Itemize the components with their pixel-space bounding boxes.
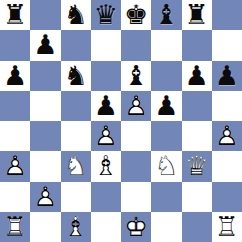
square-a4[interactable] <box>0 121 30 151</box>
square-b6[interactable] <box>30 61 60 91</box>
piece-black-pawn[interactable]: ♟ <box>0 61 30 91</box>
square-h5[interactable] <box>212 91 242 121</box>
square-h3[interactable] <box>212 151 242 181</box>
square-d7[interactable] <box>91 30 121 60</box>
square-h2[interactable] <box>212 182 242 212</box>
piece-black-pawn[interactable]: ♟ <box>151 91 181 121</box>
piece-white-rook[interactable]: ♜♖ <box>0 212 30 242</box>
piece-black-pawn[interactable]: ♟ <box>182 61 212 91</box>
square-e5[interactable]: ♟♙ <box>121 91 151 121</box>
piece-black-knight[interactable]: ♞ <box>61 61 91 91</box>
square-g5[interactable] <box>182 91 212 121</box>
chess-board: ♜♞♛♚♝♜♟♟♞♝♟♟♟♟♙♟♟♙♟♙♟♙♞♘♝♗♞♘♛♕♟♙♜♖♝♗♚♔♜♖ <box>0 0 242 242</box>
square-g2[interactable] <box>182 182 212 212</box>
square-h6[interactable]: ♟ <box>212 61 242 91</box>
square-e4[interactable] <box>121 121 151 151</box>
piece-white-knight[interactable]: ♞♘ <box>151 151 181 181</box>
square-d2[interactable] <box>91 182 121 212</box>
chess-board-container: ♜♞♛♚♝♜♟♟♞♝♟♟♟♟♙♟♟♙♟♙♟♙♞♘♝♗♞♘♛♕♟♙♜♖♝♗♚♔♜♖ <box>0 0 242 242</box>
square-e6[interactable]: ♝ <box>121 61 151 91</box>
square-d4[interactable]: ♟♙ <box>91 121 121 151</box>
square-c5[interactable] <box>61 91 91 121</box>
square-a6[interactable]: ♟ <box>0 61 30 91</box>
square-g1[interactable] <box>182 212 212 242</box>
square-g4[interactable] <box>182 121 212 151</box>
square-f1[interactable] <box>151 212 181 242</box>
square-d8[interactable]: ♛ <box>91 0 121 30</box>
square-f6[interactable] <box>151 61 181 91</box>
square-c1[interactable]: ♝♗ <box>61 212 91 242</box>
piece-black-queen[interactable]: ♛ <box>91 0 121 30</box>
square-g3[interactable]: ♛♕ <box>182 151 212 181</box>
piece-white-queen[interactable]: ♛♕ <box>182 151 212 181</box>
piece-black-rook[interactable]: ♜ <box>0 0 30 30</box>
square-h8[interactable] <box>212 0 242 30</box>
piece-black-pawn[interactable]: ♟ <box>30 30 60 60</box>
piece-white-rook[interactable]: ♜♖ <box>212 212 242 242</box>
square-a1[interactable]: ♜♖ <box>0 212 30 242</box>
square-c8[interactable]: ♞ <box>61 0 91 30</box>
square-a8[interactable]: ♜ <box>0 0 30 30</box>
square-f8[interactable]: ♝ <box>151 0 181 30</box>
square-g8[interactable]: ♜ <box>182 0 212 30</box>
square-f4[interactable] <box>151 121 181 151</box>
piece-black-bishop[interactable]: ♝ <box>121 61 151 91</box>
piece-black-pawn[interactable]: ♟ <box>91 91 121 121</box>
square-f5[interactable]: ♟ <box>151 91 181 121</box>
square-b4[interactable] <box>30 121 60 151</box>
square-b5[interactable] <box>30 91 60 121</box>
piece-black-pawn[interactable]: ♟ <box>212 61 242 91</box>
piece-white-knight[interactable]: ♞♘ <box>61 151 91 181</box>
piece-white-bishop[interactable]: ♝♗ <box>61 212 91 242</box>
square-b3[interactable] <box>30 151 60 181</box>
square-a3[interactable]: ♟♙ <box>0 151 30 181</box>
piece-white-pawn[interactable]: ♟♙ <box>30 182 60 212</box>
square-f7[interactable] <box>151 30 181 60</box>
square-c6[interactable]: ♞ <box>61 61 91 91</box>
piece-black-bishop[interactable]: ♝ <box>151 0 181 30</box>
piece-white-pawn[interactable]: ♟♙ <box>91 121 121 151</box>
square-h4[interactable]: ♟♙ <box>212 121 242 151</box>
square-g6[interactable]: ♟ <box>182 61 212 91</box>
square-c3[interactable]: ♞♘ <box>61 151 91 181</box>
piece-white-bishop[interactable]: ♝♗ <box>91 151 121 181</box>
square-e8[interactable]: ♚ <box>121 0 151 30</box>
square-b2[interactable]: ♟♙ <box>30 182 60 212</box>
square-f3[interactable]: ♞♘ <box>151 151 181 181</box>
square-c7[interactable] <box>61 30 91 60</box>
square-g7[interactable] <box>182 30 212 60</box>
square-e2[interactable] <box>121 182 151 212</box>
piece-white-pawn[interactable]: ♟♙ <box>121 91 151 121</box>
piece-white-pawn[interactable]: ♟♙ <box>212 121 242 151</box>
square-c2[interactable] <box>61 182 91 212</box>
square-f2[interactable] <box>151 182 181 212</box>
square-h1[interactable]: ♜♖ <box>212 212 242 242</box>
square-e1[interactable]: ♚♔ <box>121 212 151 242</box>
square-b1[interactable] <box>30 212 60 242</box>
square-e7[interactable] <box>121 30 151 60</box>
square-b7[interactable]: ♟ <box>30 30 60 60</box>
square-d6[interactable] <box>91 61 121 91</box>
piece-black-knight[interactable]: ♞ <box>61 0 91 30</box>
square-a2[interactable] <box>0 182 30 212</box>
square-d5[interactable]: ♟ <box>91 91 121 121</box>
square-a7[interactable] <box>0 30 30 60</box>
piece-black-rook[interactable]: ♜ <box>182 0 212 30</box>
square-d1[interactable] <box>91 212 121 242</box>
piece-white-pawn[interactable]: ♟♙ <box>0 151 30 181</box>
piece-black-king[interactable]: ♚ <box>121 0 151 30</box>
square-d3[interactable]: ♝♗ <box>91 151 121 181</box>
square-h7[interactable] <box>212 30 242 60</box>
square-b8[interactable] <box>30 0 60 30</box>
square-a5[interactable] <box>0 91 30 121</box>
square-e3[interactable] <box>121 151 151 181</box>
square-c4[interactable] <box>61 121 91 151</box>
piece-white-king[interactable]: ♚♔ <box>121 212 151 242</box>
